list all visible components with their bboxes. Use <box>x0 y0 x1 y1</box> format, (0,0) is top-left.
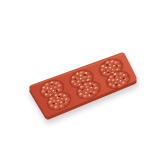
surface-speck <box>99 75 100 76</box>
silicone-mold-image <box>0 0 160 160</box>
surface-speck <box>104 79 105 80</box>
surface-speck <box>67 90 68 91</box>
product-photo-canvas <box>0 0 160 160</box>
